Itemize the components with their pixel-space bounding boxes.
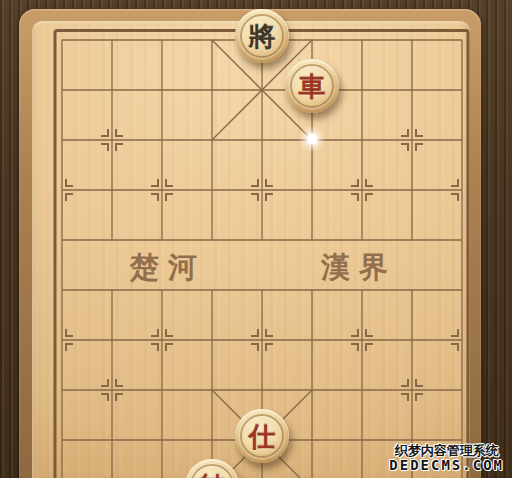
watermark-line2: DEDECMS.COM xyxy=(389,458,504,474)
move-indicator-dot xyxy=(298,125,326,153)
watermark: 织梦内容管理系统 DEDECMS.COM xyxy=(389,444,504,474)
game-stage: 楚河 漢界 將車仕帥 织梦内容管理系统 DEDECMS.COM xyxy=(0,0,512,478)
board-surface[interactable] xyxy=(32,21,470,478)
piece-glyph: 將 xyxy=(249,23,276,50)
piece-glyph: 帥 xyxy=(199,473,226,478)
piece-red-chariot[interactable]: 車 xyxy=(285,59,339,113)
piece-glyph: 仕 xyxy=(249,423,276,450)
piece-glyph: 車 xyxy=(299,73,326,100)
watermark-line1: 织梦内容管理系统 xyxy=(389,444,504,459)
piece-red-advisor[interactable]: 仕 xyxy=(235,409,289,463)
piece-black-general[interactable]: 將 xyxy=(235,9,289,63)
